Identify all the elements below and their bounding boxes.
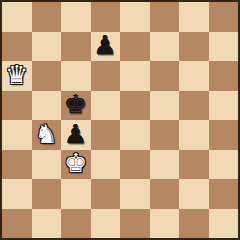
square-e5[interactable] <box>120 91 150 121</box>
square-a6[interactable]: ♛ <box>2 61 32 91</box>
square-e8[interactable] <box>120 2 150 32</box>
square-e4[interactable] <box>120 120 150 150</box>
square-d2[interactable] <box>91 179 121 209</box>
square-d1[interactable] <box>91 209 121 239</box>
square-a1[interactable] <box>2 209 32 239</box>
square-a8[interactable] <box>2 2 32 32</box>
square-b4[interactable]: ♞ <box>32 120 62 150</box>
square-h6[interactable] <box>209 61 239 91</box>
square-h1[interactable] <box>209 209 239 239</box>
square-b8[interactable] <box>32 2 62 32</box>
square-d5[interactable] <box>91 91 121 121</box>
square-d6[interactable] <box>91 61 121 91</box>
square-b5[interactable] <box>32 91 62 121</box>
square-c8[interactable] <box>61 2 91 32</box>
square-g5[interactable] <box>179 91 209 121</box>
white-king[interactable]: ♚ <box>64 150 87 176</box>
white-queen[interactable]: ♛ <box>5 62 28 88</box>
square-g2[interactable] <box>179 179 209 209</box>
square-h7[interactable] <box>209 32 239 62</box>
square-a5[interactable] <box>2 91 32 121</box>
square-e2[interactable] <box>120 179 150 209</box>
square-g7[interactable] <box>179 32 209 62</box>
square-e6[interactable] <box>120 61 150 91</box>
square-f4[interactable] <box>150 120 180 150</box>
square-c1[interactable] <box>61 209 91 239</box>
square-b6[interactable] <box>32 61 62 91</box>
square-f7[interactable] <box>150 32 180 62</box>
square-d8[interactable] <box>91 2 121 32</box>
white-knight[interactable]: ♞ <box>35 121 58 147</box>
chess-board: ♟♛♚♞♟♚ <box>0 0 240 240</box>
square-f5[interactable] <box>150 91 180 121</box>
square-c7[interactable] <box>61 32 91 62</box>
square-e7[interactable] <box>120 32 150 62</box>
square-f3[interactable] <box>150 150 180 180</box>
square-a7[interactable] <box>2 32 32 62</box>
square-b1[interactable] <box>32 209 62 239</box>
square-b2[interactable] <box>32 179 62 209</box>
square-c2[interactable] <box>61 179 91 209</box>
square-b7[interactable] <box>32 32 62 62</box>
square-b3[interactable] <box>32 150 62 180</box>
square-a2[interactable] <box>2 179 32 209</box>
square-c4[interactable]: ♟ <box>61 120 91 150</box>
black-king[interactable]: ♚ <box>64 91 87 117</box>
square-g6[interactable] <box>179 61 209 91</box>
square-d4[interactable] <box>91 120 121 150</box>
square-e1[interactable] <box>120 209 150 239</box>
square-h5[interactable] <box>209 91 239 121</box>
square-f2[interactable] <box>150 179 180 209</box>
square-e3[interactable] <box>120 150 150 180</box>
square-g1[interactable] <box>179 209 209 239</box>
black-pawn[interactable]: ♟ <box>64 121 87 147</box>
square-f6[interactable] <box>150 61 180 91</box>
square-g8[interactable] <box>179 2 209 32</box>
square-h4[interactable] <box>209 120 239 150</box>
black-pawn[interactable]: ♟ <box>94 32 117 58</box>
square-h3[interactable] <box>209 150 239 180</box>
square-h8[interactable] <box>209 2 239 32</box>
square-f1[interactable] <box>150 209 180 239</box>
square-g3[interactable] <box>179 150 209 180</box>
square-c5[interactable]: ♚ <box>61 91 91 121</box>
square-h2[interactable] <box>209 179 239 209</box>
square-g4[interactable] <box>179 120 209 150</box>
square-a3[interactable] <box>2 150 32 180</box>
square-a4[interactable] <box>2 120 32 150</box>
square-c6[interactable] <box>61 61 91 91</box>
square-d7[interactable]: ♟ <box>91 32 121 62</box>
square-f8[interactable] <box>150 2 180 32</box>
square-c3[interactable]: ♚ <box>61 150 91 180</box>
square-d3[interactable] <box>91 150 121 180</box>
